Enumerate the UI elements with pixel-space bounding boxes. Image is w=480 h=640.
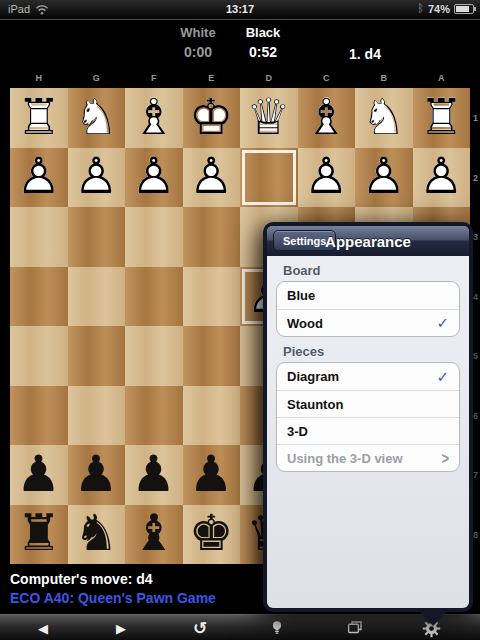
rank-label-7: 7 (473, 470, 480, 480)
folder-icon (346, 619, 364, 637)
forward-arrow-icon: ▶ (116, 621, 126, 636)
white-clock: White 0:00 (163, 25, 233, 60)
file-label-e: E (201, 73, 221, 83)
piece-white-rook[interactable]: ♜♖ (10, 88, 68, 148)
piece-white-pawn[interactable]: ♟♙ (125, 148, 183, 208)
file-label-c: C (316, 73, 336, 83)
square-h5[interactable] (10, 326, 68, 386)
piece-black-pawn[interactable]: ♟ (68, 445, 126, 505)
square-b1[interactable]: ♞♘ (355, 88, 413, 148)
square-f2[interactable]: ♟♙ (125, 148, 183, 208)
game-header: White 0:00 Black 0:52 1. d4 (0, 21, 480, 71)
rank-label-8: 8 (473, 530, 480, 540)
option-label: Using the 3-D view (287, 451, 441, 466)
file-label-a: A (431, 73, 451, 83)
file-label-f: F (144, 73, 164, 83)
square-e6[interactable] (183, 386, 241, 446)
appearance-popover: Settings Appearance BoardBlueWood✓Pieces… (263, 222, 473, 612)
forward-move-button[interactable]: ▶ (101, 615, 141, 640)
option-staunton[interactable]: Staunton (277, 390, 459, 417)
square-c1[interactable]: ♝♗ (298, 88, 356, 148)
checkmark-icon: ✓ (436, 368, 449, 386)
square-h8[interactable]: ♜ (10, 505, 68, 565)
checkmark-icon: ✓ (436, 314, 449, 332)
popover-tail (419, 611, 447, 626)
square-e8[interactable]: ♚ (183, 505, 241, 565)
square-h3[interactable] (10, 207, 68, 267)
square-f5[interactable] (125, 326, 183, 386)
square-e7[interactable]: ♟ (183, 445, 241, 505)
piece-white-bishop[interactable]: ♝♗ (298, 88, 356, 148)
rank-label-2: 2 (473, 173, 480, 183)
popover-header: Settings Appearance (267, 226, 469, 256)
games-button[interactable] (335, 615, 375, 640)
option-label: Wood (287, 316, 436, 331)
square-f6[interactable] (125, 386, 183, 446)
rank-label-1: 1 (473, 113, 480, 123)
popover-content: BoardBlueWood✓PiecesDiagram✓Staunton3-DU… (267, 263, 469, 472)
current-move: 1. d4 (330, 46, 400, 62)
option-diagram[interactable]: Diagram✓ (277, 363, 459, 390)
piece-black-knight[interactable]: ♞ (68, 505, 126, 565)
square-g6[interactable] (68, 386, 126, 446)
popover-title: Appearance (267, 233, 469, 250)
file-labels: HGFEDCBA (10, 73, 470, 86)
rank-label-4: 4 (473, 292, 480, 302)
lightbulb-icon (268, 619, 286, 637)
square-e3[interactable] (183, 207, 241, 267)
square-e2[interactable]: ♟♙ (183, 148, 241, 208)
piece-white-knight[interactable]: ♞♘ (68, 88, 126, 148)
square-f7[interactable]: ♟ (125, 445, 183, 505)
options-group: BlueWood✓ (276, 281, 460, 337)
piece-black-king[interactable]: ♚ (183, 505, 241, 565)
file-label-g: G (86, 73, 106, 83)
back-move-button[interactable]: ◀ (23, 615, 63, 640)
black-time: 0:52 (228, 44, 298, 60)
battery-icon (454, 4, 474, 14)
square-b2[interactable]: ♟♙ (355, 148, 413, 208)
square-g4[interactable] (68, 267, 126, 327)
piece-white-pawn[interactable]: ♟♙ (68, 148, 126, 208)
option-using-the-3-d-view[interactable]: Using the 3-D view> (277, 444, 459, 471)
square-f8[interactable]: ♝ (125, 505, 183, 565)
battery-percent: 74% (428, 3, 450, 15)
piece-white-queen[interactable]: ♛♕ (240, 88, 298, 148)
option-3-d[interactable]: 3-D (277, 417, 459, 444)
square-h6[interactable] (10, 386, 68, 446)
app-screen: iPad 13:17 ᛒ 74% White 0:00 Black 0:52 1… (0, 0, 480, 640)
status-bar: iPad 13:17 ᛒ 74% (0, 0, 480, 20)
hint-button[interactable] (257, 615, 297, 640)
eco-opening-link[interactable]: ECO A40: Queen's Pawn Game (10, 590, 216, 606)
option-label: Diagram (287, 369, 436, 384)
square-e5[interactable] (183, 326, 241, 386)
options-group: Diagram✓Staunton3-DUsing the 3-D view> (276, 362, 460, 472)
square-d1[interactable]: ♛♕ (240, 88, 298, 148)
square-e4[interactable] (183, 267, 241, 327)
square-g3[interactable] (68, 207, 126, 267)
piece-black-pawn[interactable]: ♟ (125, 445, 183, 505)
white-label: White (163, 25, 233, 40)
back-arrow-icon: ◀ (38, 621, 48, 636)
section-header-pieces: Pieces (283, 344, 469, 359)
option-wood[interactable]: Wood✓ (277, 309, 459, 336)
file-label-b: B (374, 73, 394, 83)
square-f4[interactable] (125, 267, 183, 327)
black-clock: Black 0:52 (228, 25, 298, 60)
piece-white-bishop[interactable]: ♝♗ (125, 88, 183, 148)
square-g5[interactable] (68, 326, 126, 386)
square-e1[interactable]: ♚♔ (183, 88, 241, 148)
piece-white-king[interactable]: ♚♔ (183, 88, 241, 148)
file-label-d: D (259, 73, 279, 83)
rank-labels: 12345678 (472, 88, 480, 564)
piece-white-knight[interactable]: ♞♘ (355, 88, 413, 148)
section-header-board: Board (283, 263, 469, 278)
file-label-h: H (29, 73, 49, 83)
rank-label-3: 3 (473, 232, 480, 242)
option-blue[interactable]: Blue (277, 282, 459, 309)
piece-black-pawn[interactable]: ♟ (183, 445, 241, 505)
computer-move-text: Computer's move: d4 (10, 571, 153, 587)
piece-white-pawn[interactable]: ♟♙ (355, 148, 413, 208)
square-h4[interactable] (10, 267, 68, 327)
square-f3[interactable] (125, 207, 183, 267)
square-a2[interactable]: ♟♙ (413, 148, 471, 208)
option-label: 3-D (287, 424, 449, 439)
square-a1[interactable]: ♜♖ (413, 88, 471, 148)
bottom-toolbar: ◀ ▶ ↻ (0, 614, 480, 640)
option-label: Staunton (287, 397, 449, 412)
piece-white-pawn[interactable]: ♟♙ (298, 148, 356, 208)
piece-white-pawn[interactable]: ♟♙ (10, 148, 68, 208)
clock-time: 13:17 (0, 3, 480, 15)
replay-icon: ↻ (193, 618, 207, 638)
square-h2[interactable]: ♟♙ (10, 148, 68, 208)
piece-white-pawn[interactable]: ♟♙ (183, 148, 241, 208)
square-h7[interactable]: ♟ (10, 445, 68, 505)
square-g7[interactable]: ♟ (68, 445, 126, 505)
piece-black-rook[interactable]: ♜ (10, 505, 68, 565)
piece-white-rook[interactable]: ♜♖ (413, 88, 471, 148)
replay-button[interactable]: ↻ (180, 615, 220, 640)
white-time: 0:00 (163, 44, 233, 60)
chevron-right-icon: > (441, 448, 449, 468)
square-g1[interactable]: ♞♘ (68, 88, 126, 148)
square-f1[interactable]: ♝♗ (125, 88, 183, 148)
piece-black-bishop[interactable]: ♝ (125, 505, 183, 565)
square-c2[interactable]: ♟♙ (298, 148, 356, 208)
black-label: Black (228, 25, 298, 40)
piece-black-pawn[interactable]: ♟ (10, 445, 68, 505)
square-g8[interactable]: ♞ (68, 505, 126, 565)
rank-label-6: 6 (473, 411, 480, 421)
square-d2[interactable] (240, 148, 298, 208)
square-g2[interactable]: ♟♙ (68, 148, 126, 208)
square-h1[interactable]: ♜♖ (10, 88, 68, 148)
bluetooth-icon: ᛒ (417, 2, 424, 15)
rank-label-5: 5 (473, 351, 480, 361)
piece-white-pawn[interactable]: ♟♙ (413, 148, 471, 208)
option-label: Blue (287, 288, 449, 303)
